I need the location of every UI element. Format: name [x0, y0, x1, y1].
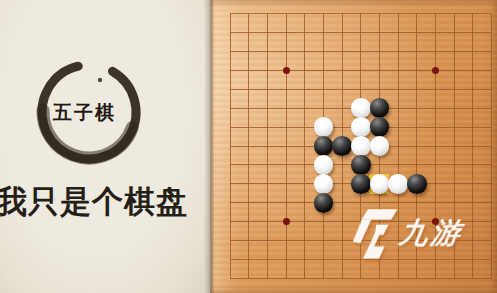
left-panel: 五子棋 我只是个棋盘 [0, 0, 210, 293]
grid-line-vertical [491, 14, 492, 279]
watermark: 九游 [350, 209, 466, 259]
grid-line-vertical [472, 14, 473, 279]
stone-white [351, 117, 371, 137]
stone-white [314, 155, 334, 175]
gomoku-board[interactable]: 九游 [210, 0, 497, 293]
star-point [283, 218, 290, 225]
app-root: 五子棋 我只是个棋盘 九游 [0, 0, 497, 293]
logo-seal-text: 五子棋 [53, 100, 123, 126]
stone-black [407, 174, 427, 194]
caption-text: 我只是个棋盘 [0, 181, 208, 223]
stone-black [370, 98, 390, 118]
stone-white [388, 174, 408, 194]
watermark-logo-icon [350, 209, 397, 259]
stone-black [314, 136, 334, 156]
stone-white [314, 174, 334, 194]
grid-line-horizontal [230, 259, 492, 260]
stone-white [351, 98, 371, 118]
stone-black [351, 174, 371, 194]
star-point [283, 67, 290, 74]
grid-line-horizontal [230, 202, 492, 203]
stone-black [370, 117, 390, 137]
stone-black [314, 193, 334, 213]
ink-speck [98, 78, 102, 82]
watermark-text: 九游 [396, 214, 466, 254]
stone-black [332, 136, 352, 156]
stone-white [314, 117, 334, 137]
stone-white [351, 136, 371, 156]
page-fold-shadow [204, 0, 214, 293]
grid-line-horizontal [230, 278, 492, 279]
stone-white [370, 174, 390, 194]
stone-black [351, 155, 371, 175]
stone-white [370, 136, 390, 156]
star-point [432, 67, 439, 74]
